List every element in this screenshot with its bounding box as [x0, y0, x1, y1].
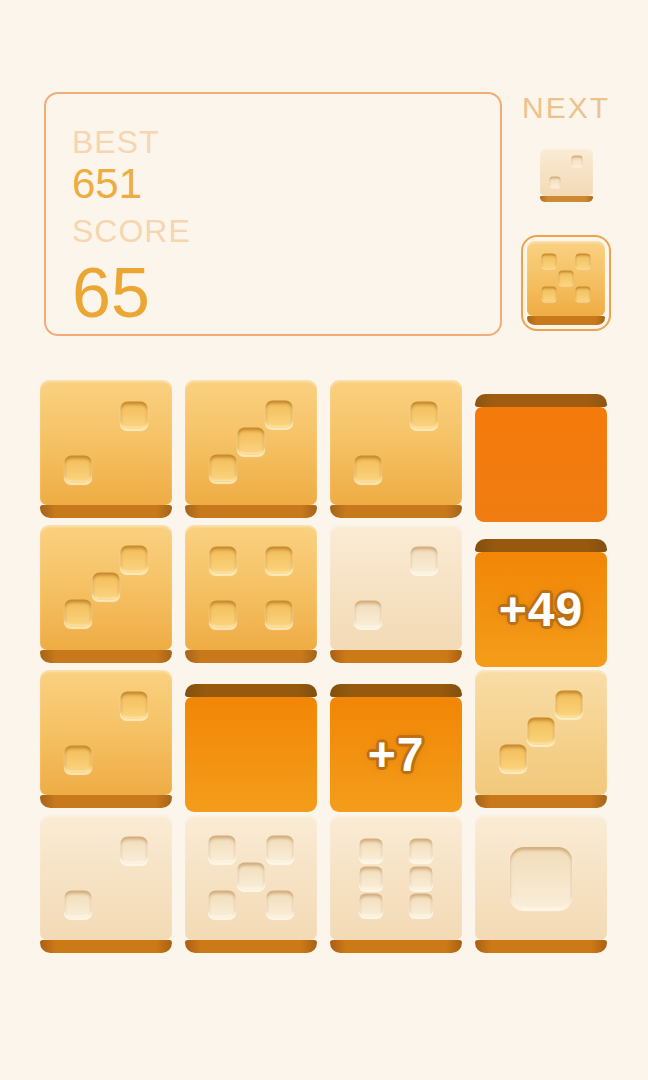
- die-pip: [208, 835, 235, 862]
- best-label: BEST: [72, 124, 500, 160]
- tile-face: [40, 380, 172, 505]
- tile-face: [475, 670, 607, 795]
- die-pip: [65, 599, 92, 626]
- die-pip: [265, 547, 292, 574]
- tile-face: [185, 380, 317, 505]
- tile-edge: [330, 940, 462, 953]
- die-pip: [410, 866, 433, 889]
- die-pip: [410, 402, 437, 429]
- best-value: 651: [72, 160, 500, 208]
- tile-face: [185, 697, 317, 812]
- die-pip: [120, 692, 147, 719]
- tile-edge: [185, 684, 317, 697]
- die-pip: [410, 839, 433, 862]
- die-pip: [267, 835, 294, 862]
- die-pip: [541, 254, 556, 269]
- board-tile-r3c1[interactable]: [40, 670, 172, 808]
- tile-face: [40, 815, 172, 940]
- tile-face: [330, 525, 462, 650]
- die-pip: [549, 177, 560, 188]
- tile-edge: [40, 505, 172, 518]
- tile-edge: [330, 505, 462, 518]
- score-label: SCORE: [72, 208, 500, 254]
- tile-edge: [40, 940, 172, 953]
- die-pip: [238, 428, 265, 455]
- board-tile-r4c3[interactable]: [330, 815, 462, 953]
- die-pip: [572, 156, 583, 167]
- board-tile-r3c4[interactable]: [475, 670, 607, 808]
- tile-face: [540, 148, 593, 196]
- die-pip: [210, 454, 237, 481]
- tile-edge: [40, 650, 172, 663]
- tile-edge: [185, 650, 317, 663]
- die-pip: [355, 600, 382, 627]
- tile-edge: [330, 650, 462, 663]
- tile-face: [40, 525, 172, 650]
- tile-face: [527, 241, 605, 316]
- game-screen: BEST 651 SCORE 65 NEXT +49+7: [0, 0, 648, 1080]
- board-tile-r2c1[interactable]: [40, 525, 172, 663]
- tile-edge: [527, 316, 605, 325]
- die-pip: [120, 837, 147, 864]
- next-queue: NEXT: [514, 92, 618, 331]
- tile-edge: [330, 684, 462, 697]
- die-pip: [238, 863, 265, 890]
- die-pip: [559, 270, 574, 285]
- next-tile-upcoming-die: [540, 148, 593, 202]
- tile-face: [330, 815, 462, 940]
- next-tile-current-die: [527, 241, 605, 325]
- tile-edge: [475, 394, 607, 407]
- die-pip: [65, 890, 92, 917]
- board-tile-r2c2[interactable]: [185, 525, 317, 663]
- next-label: NEXT: [522, 92, 610, 124]
- tile-face: [40, 670, 172, 795]
- die-pip: [267, 890, 294, 917]
- die-pip: [510, 847, 572, 909]
- die-pip: [541, 287, 556, 302]
- die-pip: [65, 745, 92, 772]
- board-tile-r4c4[interactable]: [475, 815, 607, 953]
- die-pip: [210, 547, 237, 574]
- tile-face: [475, 407, 607, 522]
- tile-edge: [475, 539, 607, 552]
- die-pip: [65, 455, 92, 482]
- die-pip: [265, 600, 292, 627]
- tile-edge: [40, 795, 172, 808]
- tile-face: [475, 815, 607, 940]
- score-panel: BEST 651 SCORE 65: [44, 92, 502, 336]
- die-pip: [410, 894, 433, 917]
- tile-edge: [475, 795, 607, 808]
- score-popup: +49: [475, 552, 607, 667]
- die-pip: [265, 400, 292, 427]
- board-tile-r3c2[interactable]: [185, 684, 317, 812]
- board-tile-r2c3[interactable]: [330, 525, 462, 663]
- board-tile-r1c2[interactable]: [185, 380, 317, 518]
- next-tile-upcoming: [540, 148, 593, 202]
- tile-edge: [185, 505, 317, 518]
- die-pip: [500, 744, 527, 771]
- die-pip: [576, 254, 591, 269]
- board-tile-r1c4[interactable]: [475, 394, 607, 522]
- tile-face: [330, 380, 462, 505]
- die-pip: [528, 718, 555, 745]
- die-pip: [120, 402, 147, 429]
- die-pip: [555, 690, 582, 717]
- score-popup: +7: [330, 697, 462, 812]
- board-tile-r4c1[interactable]: [40, 815, 172, 953]
- die-pip: [410, 547, 437, 574]
- board-tile-r2c4[interactable]: +49: [475, 539, 607, 667]
- die-pip: [93, 573, 120, 600]
- die-pip: [120, 545, 147, 572]
- die-pip: [355, 455, 382, 482]
- tile-edge: [185, 940, 317, 953]
- game-board: +49+7: [40, 380, 607, 953]
- tile-edge: [475, 940, 607, 953]
- die-pip: [359, 894, 382, 917]
- tile-edge: [540, 196, 593, 202]
- board-tile-r4c2[interactable]: [185, 815, 317, 953]
- tile-face: [185, 815, 317, 940]
- score-value: 65: [72, 254, 500, 332]
- board-tile-r1c1[interactable]: [40, 380, 172, 518]
- board-tile-r3c3[interactable]: +7: [330, 684, 462, 812]
- board-tile-r1c3[interactable]: [330, 380, 462, 518]
- die-pip: [208, 890, 235, 917]
- die-pip: [359, 866, 382, 889]
- tile-face: [185, 525, 317, 650]
- die-pip: [210, 600, 237, 627]
- next-tile-current-frame: [521, 235, 611, 331]
- die-pip: [576, 287, 591, 302]
- die-pip: [359, 839, 382, 862]
